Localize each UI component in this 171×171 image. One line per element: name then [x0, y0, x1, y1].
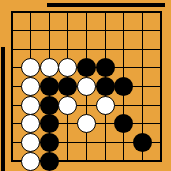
black-stone[interactable] — [114, 114, 133, 133]
black-stone[interactable] — [96, 58, 115, 77]
black-stone[interactable] — [40, 133, 59, 152]
white-stone[interactable] — [58, 96, 77, 115]
white-stone[interactable] — [21, 77, 40, 96]
white-stone[interactable] — [77, 114, 96, 133]
white-stone[interactable] — [21, 114, 40, 133]
black-stone[interactable] — [40, 114, 59, 133]
black-stone[interactable] — [96, 77, 115, 96]
stones-layer — [0, 0, 171, 171]
white-stone[interactable] — [77, 77, 96, 96]
black-stone[interactable] — [133, 133, 152, 152]
black-stone[interactable] — [40, 152, 59, 171]
white-stone[interactable] — [21, 96, 40, 115]
white-stone[interactable] — [21, 152, 40, 171]
white-stone[interactable] — [21, 133, 40, 152]
black-stone[interactable] — [58, 77, 77, 96]
white-stone[interactable] — [21, 58, 40, 77]
white-stone[interactable] — [96, 96, 115, 115]
black-stone[interactable] — [114, 77, 133, 96]
white-stone[interactable] — [58, 58, 77, 77]
black-stone[interactable] — [40, 77, 59, 96]
white-stone[interactable] — [40, 58, 59, 77]
black-stone[interactable] — [77, 58, 96, 77]
black-stone[interactable] — [40, 96, 59, 115]
go-board[interactable] — [0, 0, 171, 171]
